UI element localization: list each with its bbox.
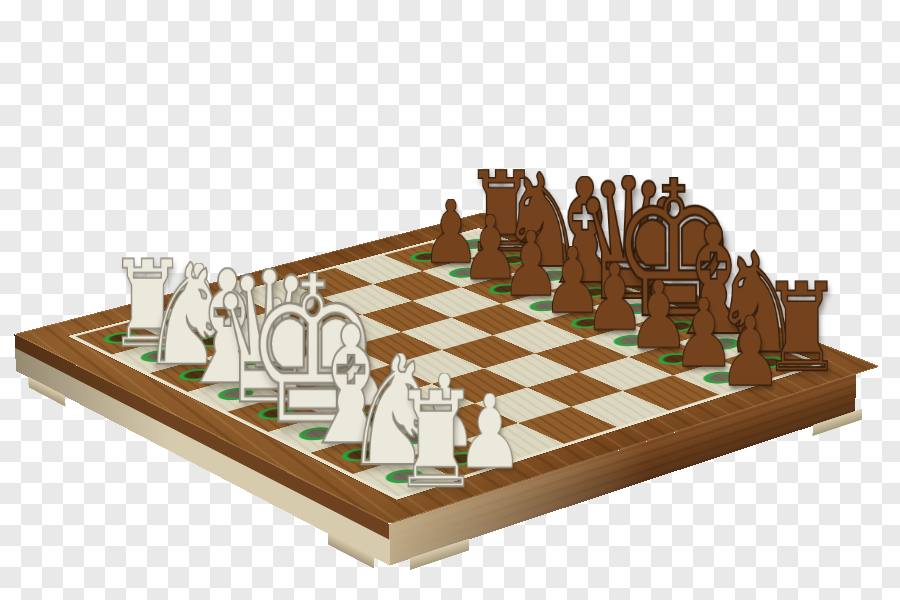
board-foot — [328, 532, 374, 568]
transparent-checkerboard-background: ♜♟♟♜♞♟♟♞♝♟♟♝♛♟♟♛♚♟♟♚♝♟♟♝♞♟♟♞♜♟♟♜ — [0, 0, 900, 600]
piece-black-pawn-h7: ♟ — [679, 315, 822, 390]
scene-3d: ♜♟♟♜♞♟♟♞♝♟♟♝♛♟♟♛♚♟♟♚♝♟♟♝♞♟♟♞♜♟♟♜ — [0, 0, 900, 600]
square-h1: ♜ — [353, 457, 454, 497]
piece-white-rook-h1: ♜ — [337, 388, 534, 492]
board-frame: ♜♟♟♜♞♟♟♞♝♟♟♝♛♟♟♛♚♟♟♚♝♟♟♝♞♟♟♞♜♟♟♜ — [14, 212, 880, 524]
square-h7: ♟ — [673, 360, 768, 394]
board-foot — [812, 408, 862, 436]
board-foot — [410, 538, 469, 570]
chess-board: ♜♟♟♜♞♟♟♞♝♟♟♝♛♟♟♛♚♟♟♚♝♟♟♝♞♟♟♞♜♟♟♜ — [14, 212, 880, 524]
board-foot — [28, 376, 66, 407]
square-h5 — [571, 391, 668, 427]
